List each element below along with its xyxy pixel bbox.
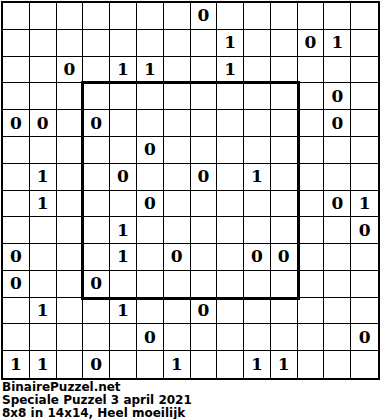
- cell-r8c13: 0: [324, 191, 351, 218]
- cell-r13c1[interactable]: [3, 324, 30, 351]
- cell-r2c8[interactable]: [191, 30, 218, 57]
- cell-r7c9[interactable]: [217, 164, 244, 191]
- cell-r14c8[interactable]: [191, 351, 218, 378]
- cell-r2c5[interactable]: [110, 30, 137, 57]
- cell-r9c3[interactable]: [57, 217, 84, 244]
- cell-r2c4[interactable]: [83, 30, 110, 57]
- cell-r3c4[interactable]: [83, 57, 110, 84]
- cell-r6c7[interactable]: [164, 137, 191, 164]
- cell-r10c8[interactable]: [191, 244, 218, 271]
- cell-r13c9[interactable]: [217, 324, 244, 351]
- cell-r4c4[interactable]: [83, 83, 110, 110]
- cell-r9c1[interactable]: [3, 217, 30, 244]
- cell-r1c7[interactable]: [164, 3, 191, 30]
- cell-r6c11[interactable]: [271, 137, 298, 164]
- cell-r1c13[interactable]: [324, 3, 351, 30]
- cell-r5c5[interactable]: [110, 110, 137, 137]
- cell-r9c13[interactable]: [324, 217, 351, 244]
- cell-r11c9[interactable]: [217, 271, 244, 298]
- cell-r4c10[interactable]: [244, 83, 271, 110]
- cell-r13c4[interactable]: [83, 324, 110, 351]
- cell-r1c4[interactable]: [83, 3, 110, 30]
- cell-r13c14: 0: [351, 324, 378, 351]
- cell-r1c14[interactable]: [351, 3, 378, 30]
- cell-r2c7[interactable]: [164, 30, 191, 57]
- cell-r7c2: 1: [30, 164, 57, 191]
- cell-r13c7[interactable]: [164, 324, 191, 351]
- cell-r14c12[interactable]: [298, 351, 325, 378]
- cell-r10c3[interactable]: [57, 244, 84, 271]
- cell-r5c11[interactable]: [271, 110, 298, 137]
- cell-r1c12[interactable]: [298, 3, 325, 30]
- cell-r2c6[interactable]: [137, 30, 164, 57]
- cell-r14c6[interactable]: [137, 351, 164, 378]
- cell-r8c1[interactable]: [3, 191, 30, 218]
- cell-r12c6[interactable]: [137, 298, 164, 325]
- cell-r13c10[interactable]: [244, 324, 271, 351]
- cell-r10c14[interactable]: [351, 244, 378, 271]
- cell-r4c12[interactable]: [298, 83, 325, 110]
- cell-r9c2[interactable]: [30, 217, 57, 244]
- cell-r7c14[interactable]: [351, 164, 378, 191]
- cell-r10c12[interactable]: [298, 244, 325, 271]
- cell-r12c8: 0: [191, 298, 218, 325]
- cell-r10c13[interactable]: [324, 244, 351, 271]
- cell-r10c11: 0: [271, 244, 298, 271]
- puzzle-spec: 8x8 in 14x14, Heel moeilijk: [2, 407, 380, 419]
- cell-r14c14[interactable]: [351, 351, 378, 378]
- cell-r11c10[interactable]: [244, 271, 271, 298]
- cell-r13c5[interactable]: [110, 324, 137, 351]
- cell-r11c2[interactable]: [30, 271, 57, 298]
- cell-r8c10[interactable]: [244, 191, 271, 218]
- cell-r9c6[interactable]: [137, 217, 164, 244]
- cell-r8c7[interactable]: [164, 191, 191, 218]
- cell-r2c11[interactable]: [271, 30, 298, 57]
- cell-r6c6: 0: [137, 137, 164, 164]
- cell-r7c11[interactable]: [271, 164, 298, 191]
- cell-r11c11[interactable]: [271, 271, 298, 298]
- cell-r6c8[interactable]: [191, 137, 218, 164]
- cell-r3c10[interactable]: [244, 57, 271, 84]
- cell-r3c9: 1: [217, 57, 244, 84]
- cell-r8c14: 1: [351, 191, 378, 218]
- cell-r11c8[interactable]: [191, 271, 218, 298]
- cell-r12c4[interactable]: [83, 298, 110, 325]
- cell-r9c5: 1: [110, 217, 137, 244]
- cell-r5c9[interactable]: [217, 110, 244, 137]
- cell-r7c7[interactable]: [164, 164, 191, 191]
- cell-r10c9[interactable]: [217, 244, 244, 271]
- cell-r11c4: 0: [83, 271, 110, 298]
- cell-r9c9[interactable]: [217, 217, 244, 244]
- cell-r14c10: 1: [244, 351, 271, 378]
- cell-r6c13[interactable]: [324, 137, 351, 164]
- cell-r9c11[interactable]: [271, 217, 298, 244]
- cell-r8c4[interactable]: [83, 191, 110, 218]
- cell-r11c14[interactable]: [351, 271, 378, 298]
- cell-r12c2: 1: [30, 298, 57, 325]
- cell-r3c6: 1: [137, 57, 164, 84]
- cell-r3c8[interactable]: [191, 57, 218, 84]
- cell-r4c8[interactable]: [191, 83, 218, 110]
- cell-r12c1[interactable]: [3, 298, 30, 325]
- cell-r14c13[interactable]: [324, 351, 351, 378]
- cell-r11c7[interactable]: [164, 271, 191, 298]
- cell-r7c5: 0: [110, 164, 137, 191]
- cell-r7c4[interactable]: [83, 164, 110, 191]
- cell-r14c1: 1: [3, 351, 30, 378]
- cell-r14c7: 1: [164, 351, 191, 378]
- cell-r7c6[interactable]: [137, 164, 164, 191]
- cell-r1c9[interactable]: [217, 3, 244, 30]
- cell-r6c3[interactable]: [57, 137, 84, 164]
- cell-r11c5[interactable]: [110, 271, 137, 298]
- cell-r6c4[interactable]: [83, 137, 110, 164]
- cell-r3c14[interactable]: [351, 57, 378, 84]
- cell-r7c13[interactable]: [324, 164, 351, 191]
- cell-r12c3[interactable]: [57, 298, 84, 325]
- cell-r12c10[interactable]: [244, 298, 271, 325]
- cell-r12c12[interactable]: [298, 298, 325, 325]
- page: 0101011100000010011001100100000110001101…: [0, 0, 381, 419]
- cell-r8c6: 0: [137, 191, 164, 218]
- cell-r1c1[interactable]: [3, 3, 30, 30]
- cell-r3c1[interactable]: [3, 57, 30, 84]
- cell-r8c12[interactable]: [298, 191, 325, 218]
- puzzle-board: 0101011100000010011001100100000110001101…: [1, 1, 380, 380]
- cell-r10c10: 0: [244, 244, 271, 271]
- cell-r5c13: 0: [324, 110, 351, 137]
- cell-r13c11[interactable]: [271, 324, 298, 351]
- cell-r1c2[interactable]: [30, 3, 57, 30]
- cell-r10c2[interactable]: [30, 244, 57, 271]
- cell-r3c2[interactable]: [30, 57, 57, 84]
- cell-r5c7[interactable]: [164, 110, 191, 137]
- cell-r9c12[interactable]: [298, 217, 325, 244]
- cell-r2c3[interactable]: [57, 30, 84, 57]
- cell-r1c5[interactable]: [110, 3, 137, 30]
- cell-r5c12[interactable]: [298, 110, 325, 137]
- cell-r13c8[interactable]: [191, 324, 218, 351]
- cell-r12c14[interactable]: [351, 298, 378, 325]
- cell-r3c5: 1: [110, 57, 137, 84]
- cell-r10c5: 1: [110, 244, 137, 271]
- cell-r10c4[interactable]: [83, 244, 110, 271]
- cell-r6c14[interactable]: [351, 137, 378, 164]
- cell-r9c14: 0: [351, 217, 378, 244]
- cell-r6c2[interactable]: [30, 137, 57, 164]
- cell-r1c3[interactable]: [57, 3, 84, 30]
- cell-r12c7[interactable]: [164, 298, 191, 325]
- cell-r13c12[interactable]: [298, 324, 325, 351]
- cell-r4c9[interactable]: [217, 83, 244, 110]
- cell-r13c13[interactable]: [324, 324, 351, 351]
- cell-r2c14[interactable]: [351, 30, 378, 57]
- cell-r6c5[interactable]: [110, 137, 137, 164]
- cell-r14c9[interactable]: [217, 351, 244, 378]
- cell-r9c10[interactable]: [244, 217, 271, 244]
- cell-r2c10[interactable]: [244, 30, 271, 57]
- cell-r4c14[interactable]: [351, 83, 378, 110]
- cell-r4c5[interactable]: [110, 83, 137, 110]
- cell-r11c12[interactable]: [298, 271, 325, 298]
- cell-r5c10[interactable]: [244, 110, 271, 137]
- cell-r3c13[interactable]: [324, 57, 351, 84]
- cell-r6c12[interactable]: [298, 137, 325, 164]
- cell-r2c13: 1: [324, 30, 351, 57]
- cell-r2c12: 0: [298, 30, 325, 57]
- cell-r12c13[interactable]: [324, 298, 351, 325]
- cell-r6c9[interactable]: [217, 137, 244, 164]
- cell-r9c8[interactable]: [191, 217, 218, 244]
- cell-r7c1[interactable]: [3, 164, 30, 191]
- cell-r7c12[interactable]: [298, 164, 325, 191]
- cell-r5c6[interactable]: [137, 110, 164, 137]
- cell-r3c7[interactable]: [164, 57, 191, 84]
- cell-r1c6[interactable]: [137, 3, 164, 30]
- cell-r10c7: 0: [164, 244, 191, 271]
- cell-r12c9[interactable]: [217, 298, 244, 325]
- cell-r5c14[interactable]: [351, 110, 378, 137]
- cell-r8c3[interactable]: [57, 191, 84, 218]
- cell-r3c3: 0: [57, 57, 84, 84]
- cell-r9c7[interactable]: [164, 217, 191, 244]
- cell-r14c2: 1: [30, 351, 57, 378]
- cell-r10c6[interactable]: [137, 244, 164, 271]
- cell-r2c1[interactable]: [3, 30, 30, 57]
- cell-r5c4: 0: [83, 110, 110, 137]
- cell-r1c10[interactable]: [244, 3, 271, 30]
- cell-r12c11[interactable]: [271, 298, 298, 325]
- cell-r1c8: 0: [191, 3, 218, 30]
- cell-r13c3[interactable]: [57, 324, 84, 351]
- cell-r8c2: 1: [30, 191, 57, 218]
- cell-r7c8: 0: [191, 164, 218, 191]
- cell-r5c3[interactable]: [57, 110, 84, 137]
- cell-r5c1: 0: [3, 110, 30, 137]
- cell-r4c13: 0: [324, 83, 351, 110]
- cell-r8c9[interactable]: [217, 191, 244, 218]
- cell-r9c4[interactable]: [83, 217, 110, 244]
- cell-r11c6[interactable]: [137, 271, 164, 298]
- cell-r11c1: 0: [3, 271, 30, 298]
- cell-r13c2[interactable]: [30, 324, 57, 351]
- cell-r1c11[interactable]: [271, 3, 298, 30]
- cell-r8c11[interactable]: [271, 191, 298, 218]
- cell-r14c5[interactable]: [110, 351, 137, 378]
- cell-r7c10: 1: [244, 164, 271, 191]
- cell-r10c1: 0: [3, 244, 30, 271]
- cell-r4c7[interactable]: [164, 83, 191, 110]
- cell-r3c12[interactable]: [298, 57, 325, 84]
- cell-r5c2: 0: [30, 110, 57, 137]
- cell-r12c5: 1: [110, 298, 137, 325]
- cell-r4c3[interactable]: [57, 83, 84, 110]
- cell-r13c6: 0: [137, 324, 164, 351]
- cell-r14c3[interactable]: [57, 351, 84, 378]
- cell-r4c11[interactable]: [271, 83, 298, 110]
- cell-r6c1[interactable]: [3, 137, 30, 164]
- cell-r6c10[interactable]: [244, 137, 271, 164]
- cell-r4c2[interactable]: [30, 83, 57, 110]
- cell-r8c5[interactable]: [110, 191, 137, 218]
- cell-r14c11: 1: [271, 351, 298, 378]
- cell-r4c1[interactable]: [3, 83, 30, 110]
- cell-r7c3[interactable]: [57, 164, 84, 191]
- cell-r11c13[interactable]: [324, 271, 351, 298]
- cell-r14c4: 0: [83, 351, 110, 378]
- cell-r2c2[interactable]: [30, 30, 57, 57]
- cell-r11c3[interactable]: [57, 271, 84, 298]
- cell-r2c9: 1: [217, 30, 244, 57]
- cell-r5c8[interactable]: [191, 110, 218, 137]
- cell-r3c11[interactable]: [271, 57, 298, 84]
- cell-r8c8[interactable]: [191, 191, 218, 218]
- cell-r4c6[interactable]: [137, 83, 164, 110]
